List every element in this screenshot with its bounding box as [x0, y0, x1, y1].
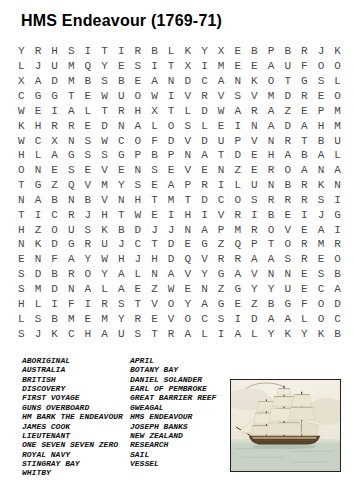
- grid-cell: O: [46, 222, 63, 237]
- grid-cell: E: [113, 59, 130, 74]
- grid-cell: N: [263, 133, 280, 148]
- grid-cell: A: [163, 178, 180, 193]
- grid-cell: D: [196, 103, 213, 118]
- grid-cell: T: [279, 74, 296, 89]
- grid-cell: J: [130, 252, 147, 267]
- grid-cell: S: [229, 89, 246, 104]
- grid-cell: P: [229, 133, 246, 148]
- grid-cell: H: [179, 207, 196, 222]
- grid-cell: O: [130, 133, 147, 148]
- ship-painting: [230, 379, 341, 472]
- grid-cell: P: [246, 237, 263, 252]
- word-list-item: ROYAL NAVY: [22, 450, 123, 459]
- grid-cell: Z: [30, 222, 47, 237]
- grid-cell: M: [329, 118, 346, 133]
- grid-cell: K: [246, 74, 263, 89]
- grid-cell: K: [179, 44, 196, 59]
- grid-cell: R: [263, 193, 280, 208]
- grid-cell: J: [30, 326, 47, 341]
- grid-cell: R: [46, 118, 63, 133]
- grid-cell: Y: [196, 267, 213, 282]
- grid-cell: M: [96, 311, 113, 326]
- grid-cell: T: [96, 44, 113, 59]
- grid-cell: A: [146, 74, 163, 89]
- grid-cell: L: [179, 103, 196, 118]
- grid-cell: E: [80, 163, 97, 178]
- grid-cell: S: [80, 148, 97, 163]
- grid-cell: S: [113, 296, 130, 311]
- grid-cell: T: [13, 207, 30, 222]
- grid-cell: E: [296, 267, 313, 282]
- grid-cell: A: [263, 59, 280, 74]
- grid-cell: I: [163, 89, 180, 104]
- grid-cell: O: [13, 163, 30, 178]
- grid-cell: E: [130, 74, 147, 89]
- grid-cell: C: [63, 326, 80, 341]
- grid-cell: I: [46, 296, 63, 311]
- grid-cell: G: [279, 296, 296, 311]
- grid-cell: A: [80, 282, 97, 297]
- grid-cell: E: [13, 252, 30, 267]
- grid-cell: R: [63, 118, 80, 133]
- grid-cell: K: [30, 237, 47, 252]
- grid-cell: U: [329, 133, 346, 148]
- grid-cell: T: [63, 89, 80, 104]
- grid-cell: V: [96, 193, 113, 208]
- puzzle-title: HMS Endeavour (1769-71): [21, 12, 222, 30]
- grid-cell: L: [80, 103, 97, 118]
- grid-cell: A: [46, 148, 63, 163]
- grid-cell: U: [279, 59, 296, 74]
- grid-cell: R: [130, 44, 147, 59]
- word-search-grid: YRHSITIRBLKYXEBPBRJKLJUMQYESITXIMEEAUFOO…: [13, 44, 346, 341]
- grid-cell: H: [13, 296, 30, 311]
- grid-cell: S: [279, 252, 296, 267]
- grid-cell: A: [196, 148, 213, 163]
- grid-cell: C: [196, 311, 213, 326]
- grid-cell: G: [196, 237, 213, 252]
- grid-cell: I: [113, 44, 130, 59]
- word-list-item: STINGRAY BAY: [22, 459, 123, 468]
- grid-cell: A: [313, 148, 330, 163]
- grid-cell: I: [246, 207, 263, 222]
- grid-cell: I: [146, 59, 163, 74]
- grid-cell: A: [30, 193, 47, 208]
- grid-cell: O: [313, 311, 330, 326]
- grid-cell: O: [263, 74, 280, 89]
- grid-cell: R: [229, 207, 246, 222]
- grid-cell: O: [163, 118, 180, 133]
- grid-cell: E: [246, 59, 263, 74]
- grid-cell: K: [313, 326, 330, 341]
- grid-cell: A: [63, 103, 80, 118]
- grid-cell: A: [196, 222, 213, 237]
- grid-cell: O: [179, 311, 196, 326]
- grid-cell: L: [13, 59, 30, 74]
- grid-cell: F: [46, 252, 63, 267]
- grid-cell: C: [113, 133, 130, 148]
- word-list-item: ONE SEVEN SEVEN ZERO: [22, 440, 123, 449]
- grid-cell: B: [279, 44, 296, 59]
- grid-cell: H: [313, 118, 330, 133]
- grid-cell: B: [329, 267, 346, 282]
- grid-cell: P: [179, 178, 196, 193]
- grid-cell: R: [329, 237, 346, 252]
- grid-cell: L: [130, 267, 147, 282]
- grid-cell: E: [246, 148, 263, 163]
- word-list-column-1: ABORIGINALAUSTRALIABRITISHDISCOVERYFIRST…: [22, 356, 123, 478]
- grid-cell: I: [229, 311, 246, 326]
- grid-cell: U: [213, 133, 230, 148]
- grid-cell: N: [63, 193, 80, 208]
- grid-cell: N: [63, 133, 80, 148]
- word-list-item: EARL OF PEMBROKE: [130, 384, 216, 393]
- grid-cell: V: [179, 89, 196, 104]
- grid-cell: I: [329, 193, 346, 208]
- grid-cell: R: [113, 103, 130, 118]
- grid-cell: Q: [80, 59, 97, 74]
- grid-cell: R: [30, 44, 47, 59]
- grid-cell: D: [130, 222, 147, 237]
- grid-cell: U: [63, 222, 80, 237]
- grid-cell: S: [96, 148, 113, 163]
- grid-cell: A: [263, 118, 280, 133]
- grid-cell: S: [246, 193, 263, 208]
- grid-cell: O: [313, 296, 330, 311]
- grid-cell: I: [30, 207, 47, 222]
- grid-cell: T: [146, 193, 163, 208]
- grid-cell: K: [96, 222, 113, 237]
- grid-cell: N: [146, 267, 163, 282]
- grid-cell: W: [13, 133, 30, 148]
- grid-cell: M: [30, 282, 47, 297]
- word-list-item: APRIL: [130, 356, 216, 365]
- grid-cell: S: [13, 267, 30, 282]
- grid-cell: B: [80, 193, 97, 208]
- grid-cell: N: [63, 282, 80, 297]
- grid-cell: I: [229, 118, 246, 133]
- grid-cell: L: [163, 44, 180, 59]
- grid-cell: C: [130, 237, 147, 252]
- grid-cell: F: [296, 59, 313, 74]
- grid-cell: L: [30, 148, 47, 163]
- word-list-item: BOTANY BAY: [130, 365, 216, 374]
- grid-cell: T: [96, 103, 113, 118]
- grid-cell: M: [63, 311, 80, 326]
- grid-cell: N: [113, 118, 130, 133]
- grid-cell: N: [30, 163, 47, 178]
- word-list-item: NEW ZEALAND: [130, 431, 216, 440]
- grid-cell: C: [213, 193, 230, 208]
- grid-cell: E: [130, 282, 147, 297]
- word-list-item: SAIL: [130, 450, 216, 459]
- grid-cell: N: [246, 118, 263, 133]
- grid-cell: V: [96, 163, 113, 178]
- grid-cell: O: [329, 59, 346, 74]
- grid-cell: O: [229, 193, 246, 208]
- grid-cell: L: [13, 311, 30, 326]
- grid-cell: J: [163, 222, 180, 237]
- grid-cell: S: [80, 133, 97, 148]
- grid-cell: B: [46, 193, 63, 208]
- grid-cell: T: [13, 178, 30, 193]
- grid-cell: L: [246, 326, 263, 341]
- grid-cell: H: [146, 252, 163, 267]
- grid-cell: M: [329, 103, 346, 118]
- grid-cell: D: [229, 148, 246, 163]
- grid-cell: G: [213, 296, 230, 311]
- grid-cell: D: [196, 133, 213, 148]
- grid-cell: T: [163, 59, 180, 74]
- grid-cell: D: [163, 237, 180, 252]
- grid-cell: U: [246, 178, 263, 193]
- grid-cell: S: [146, 163, 163, 178]
- grid-cell: G: [329, 207, 346, 222]
- grid-cell: E: [229, 59, 246, 74]
- grid-cell: E: [196, 163, 213, 178]
- grid-cell: K: [313, 178, 330, 193]
- grid-cell: K: [13, 118, 30, 133]
- grid-cell: G: [296, 74, 313, 89]
- grid-cell: G: [63, 237, 80, 252]
- grid-cell: A: [263, 311, 280, 326]
- grid-cell: K: [279, 326, 296, 341]
- grid-cell: R: [296, 89, 313, 104]
- grid-cell: E: [229, 296, 246, 311]
- grid-cell: Y: [263, 282, 280, 297]
- grid-cell: M: [313, 237, 330, 252]
- grid-cell: N: [179, 222, 196, 237]
- word-list-item: VESSEL: [130, 459, 216, 468]
- grid-cell: Q: [229, 237, 246, 252]
- grid-cell: F: [296, 296, 313, 311]
- grid-cell: S: [80, 222, 97, 237]
- grid-cell: N: [30, 252, 47, 267]
- grid-cell: U: [46, 59, 63, 74]
- grid-cell: N: [279, 267, 296, 282]
- grid-cell: X: [46, 133, 63, 148]
- grid-cell: V: [246, 89, 263, 104]
- grid-cell: T: [113, 207, 130, 222]
- grid-cell: B: [146, 44, 163, 59]
- grid-cell: F: [146, 133, 163, 148]
- grid-cell: D: [329, 296, 346, 311]
- grid-cell: P: [130, 148, 147, 163]
- grid-cell: E: [46, 163, 63, 178]
- grid-cell: K: [329, 44, 346, 59]
- grid-cell: Q: [179, 252, 196, 267]
- grid-cell: U: [113, 89, 130, 104]
- grid-cell: T: [296, 133, 313, 148]
- grid-cell: L: [196, 326, 213, 341]
- grid-cell: N: [263, 267, 280, 282]
- grid-cell: A: [196, 296, 213, 311]
- grid-cell: R: [296, 193, 313, 208]
- grid-cell: H: [263, 148, 280, 163]
- grid-cell: A: [213, 74, 230, 89]
- grid-cell: B: [263, 207, 280, 222]
- grid-cell: O: [263, 222, 280, 237]
- word-list-item: GWEAGAL: [130, 403, 216, 412]
- grid-cell: W: [96, 133, 113, 148]
- grid-cell: H: [113, 252, 130, 267]
- grid-cell: V: [213, 207, 230, 222]
- grid-cell: B: [146, 148, 163, 163]
- grid-cell: T: [130, 296, 147, 311]
- word-list-item: HM BARK THE ENDEAVOUR: [22, 412, 123, 421]
- word-list-item: RESEARCH: [130, 440, 216, 449]
- grid-cell: S: [130, 59, 147, 74]
- grid-cell: R: [229, 252, 246, 267]
- grid-cell: C: [196, 74, 213, 89]
- grid-cell: E: [30, 103, 47, 118]
- grid-cell: R: [263, 163, 280, 178]
- grid-cell: X: [213, 44, 230, 59]
- grid-cell: L: [196, 118, 213, 133]
- grid-cell: V: [196, 252, 213, 267]
- grid-cell: G: [213, 267, 230, 282]
- grid-cell: H: [96, 207, 113, 222]
- grid-cell: Q: [63, 178, 80, 193]
- grid-cell: E: [296, 282, 313, 297]
- grid-cell: R: [80, 237, 97, 252]
- grid-cell: A: [113, 267, 130, 282]
- grid-cell: P: [263, 44, 280, 59]
- grid-cell: E: [163, 163, 180, 178]
- grid-cell: R: [130, 311, 147, 326]
- grid-cell: R: [279, 193, 296, 208]
- grid-cell: B: [46, 267, 63, 282]
- grid-cell: T: [163, 103, 180, 118]
- main-royal-sail: [277, 389, 291, 395]
- grid-cell: O: [279, 237, 296, 252]
- grid-cell: E: [229, 44, 246, 59]
- grid-cell: V: [80, 178, 97, 193]
- grid-cell: N: [179, 148, 196, 163]
- grid-cell: Z: [246, 296, 263, 311]
- word-list-item: GREAT BARRIER REEF: [130, 393, 216, 402]
- grid-cell: R: [213, 252, 230, 267]
- grid-cell: C: [46, 207, 63, 222]
- grid-cell: Y: [80, 252, 97, 267]
- grid-cell: D: [46, 282, 63, 297]
- grid-cell: L: [329, 74, 346, 89]
- grid-cell: S: [63, 163, 80, 178]
- grid-cell: J: [80, 207, 97, 222]
- grid-cell: A: [63, 252, 80, 267]
- grid-cell: X: [146, 103, 163, 118]
- grid-cell: E: [146, 311, 163, 326]
- grid-cell: O: [130, 89, 147, 104]
- word-list-column-2: APRILBOTANY BAYDANIEL SOLANDEREARL OF PE…: [130, 356, 216, 468]
- grid-cell: D: [96, 118, 113, 133]
- grid-cell: A: [30, 74, 47, 89]
- grid-cell: G: [46, 89, 63, 104]
- grid-cell: S: [313, 74, 330, 89]
- grid-cell: R: [296, 252, 313, 267]
- grid-cell: X: [179, 59, 196, 74]
- grid-cell: Y: [113, 311, 130, 326]
- grid-cell: I: [80, 44, 97, 59]
- grid-cell: W: [13, 103, 30, 118]
- grid-cell: D: [46, 74, 63, 89]
- grid-cell: C: [313, 282, 330, 297]
- grid-cell: O: [329, 89, 346, 104]
- grid-cell: D: [246, 311, 263, 326]
- grid-cell: Y: [113, 178, 130, 193]
- grid-cell: W: [146, 89, 163, 104]
- grid-cell: A: [246, 252, 263, 267]
- grid-cell: V: [246, 267, 263, 282]
- grid-cell: D: [196, 193, 213, 208]
- grid-cell: T: [263, 237, 280, 252]
- grid-cell: E: [113, 163, 130, 178]
- grid-cell: B: [80, 74, 97, 89]
- grid-cell: A: [263, 252, 280, 267]
- grid-cell: B: [279, 178, 296, 193]
- grid-cell: D: [279, 118, 296, 133]
- grid-cell: U: [279, 282, 296, 297]
- grid-cell: B: [246, 44, 263, 59]
- grid-cell: Y: [296, 326, 313, 341]
- grid-cell: R: [246, 103, 263, 118]
- grid-cell: S: [13, 282, 30, 297]
- grid-cell: D: [46, 237, 63, 252]
- grid-cell: L: [30, 296, 47, 311]
- grid-cell: G: [229, 282, 246, 297]
- grid-cell: S: [96, 74, 113, 89]
- grid-cell: J: [313, 207, 330, 222]
- grid-cell: S: [313, 193, 330, 208]
- grid-cell: R: [246, 222, 263, 237]
- grid-cell: M: [96, 178, 113, 193]
- grid-cell: R: [296, 237, 313, 252]
- grid-cell: P: [163, 148, 180, 163]
- grid-cell: B: [113, 74, 130, 89]
- grid-cell: Z: [146, 282, 163, 297]
- grid-cell: W: [130, 207, 147, 222]
- grid-cell: M: [63, 59, 80, 74]
- grid-cell: I: [213, 326, 230, 341]
- word-list-item: ABORIGINAL: [22, 356, 123, 365]
- word-list-item: JAMES COOK: [22, 422, 123, 431]
- grid-cell: J: [146, 222, 163, 237]
- grid-cell: E: [179, 282, 196, 297]
- grid-cell: N: [13, 237, 30, 252]
- grid-cell: L: [296, 311, 313, 326]
- grid-cell: O: [279, 163, 296, 178]
- grid-cell: D: [30, 267, 47, 282]
- grid-cell: G: [63, 148, 80, 163]
- grid-cell: B: [263, 296, 280, 311]
- grid-cell: E: [146, 207, 163, 222]
- grid-cell: A: [279, 311, 296, 326]
- grid-cell: Y: [179, 296, 196, 311]
- grid-cell: R: [296, 178, 313, 193]
- word-list-item: HMS ENDEAVOUR: [130, 412, 216, 421]
- grid-cell: M: [63, 74, 80, 89]
- grid-cell: N: [263, 178, 280, 193]
- grid-cell: A: [113, 282, 130, 297]
- grid-cell: N: [163, 74, 180, 89]
- grid-cell: E: [179, 237, 196, 252]
- grid-cell: H: [46, 44, 63, 59]
- grid-cell: O: [313, 59, 330, 74]
- grid-cell: N: [130, 163, 147, 178]
- grid-cell: E: [80, 311, 97, 326]
- grid-cell: V: [146, 296, 163, 311]
- grid-cell: W: [96, 89, 113, 104]
